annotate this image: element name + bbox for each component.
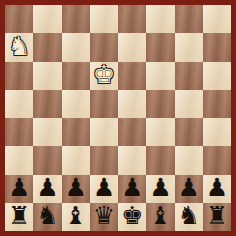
- square-a4[interactable]: [5, 118, 33, 146]
- square-f2[interactable]: ♟: [146, 175, 174, 203]
- piece-black-knight-b1[interactable]: ♞: [36, 203, 58, 228]
- square-f3[interactable]: [146, 146, 174, 174]
- square-d8[interactable]: [90, 5, 118, 33]
- square-f1[interactable]: ♝: [146, 203, 174, 231]
- square-a1[interactable]: ♜: [5, 203, 33, 231]
- square-h6[interactable]: [203, 62, 231, 90]
- square-e4[interactable]: [118, 118, 146, 146]
- square-f8[interactable]: [146, 5, 174, 33]
- piece-black-rook-a1[interactable]: ♜: [8, 203, 30, 228]
- piece-black-pawn-c2[interactable]: ♟: [64, 175, 86, 200]
- piece-white-king-d6[interactable]: ♚: [93, 62, 115, 87]
- square-d3[interactable]: [90, 146, 118, 174]
- square-g8[interactable]: [175, 5, 203, 33]
- piece-black-pawn-b2[interactable]: ♟: [36, 175, 58, 200]
- piece-black-pawn-a2[interactable]: ♟: [8, 175, 30, 200]
- piece-black-pawn-g2[interactable]: ♟: [177, 175, 199, 200]
- square-f5[interactable]: [146, 90, 174, 118]
- square-e1[interactable]: ♚: [118, 203, 146, 231]
- square-d5[interactable]: [90, 90, 118, 118]
- square-a3[interactable]: [5, 146, 33, 174]
- piece-black-pawn-e2[interactable]: ♟: [121, 175, 143, 200]
- square-c6[interactable]: [62, 62, 90, 90]
- square-h3[interactable]: [203, 146, 231, 174]
- square-h4[interactable]: [203, 118, 231, 146]
- square-d7[interactable]: [90, 33, 118, 61]
- piece-black-pawn-d2[interactable]: ♟: [93, 175, 115, 200]
- square-g6[interactable]: [175, 62, 203, 90]
- square-c8[interactable]: [62, 5, 90, 33]
- square-c1[interactable]: ♝: [62, 203, 90, 231]
- square-g7[interactable]: [175, 33, 203, 61]
- square-b5[interactable]: [33, 90, 61, 118]
- square-d1[interactable]: ♛: [90, 203, 118, 231]
- square-h5[interactable]: [203, 90, 231, 118]
- chess-board-frame: ♞♚♟♟♟♟♟♟♟♟♜♞♝♛♚♝♞♜: [0, 0, 236, 236]
- square-b7[interactable]: [33, 33, 61, 61]
- square-e6[interactable]: [118, 62, 146, 90]
- square-a2[interactable]: ♟: [5, 175, 33, 203]
- piece-black-rook-h1[interactable]: ♜: [206, 203, 228, 228]
- piece-black-pawn-f2[interactable]: ♟: [149, 175, 171, 200]
- square-f4[interactable]: [146, 118, 174, 146]
- square-f6[interactable]: [146, 62, 174, 90]
- square-h2[interactable]: ♟: [203, 175, 231, 203]
- square-a6[interactable]: [5, 62, 33, 90]
- chess-board: ♞♚♟♟♟♟♟♟♟♟♜♞♝♛♚♝♞♜: [5, 5, 231, 231]
- square-a7[interactable]: ♞: [5, 33, 33, 61]
- piece-white-knight-a7[interactable]: ♞: [8, 34, 30, 59]
- square-c5[interactable]: [62, 90, 90, 118]
- piece-black-knight-g1[interactable]: ♞: [177, 203, 199, 228]
- square-e3[interactable]: [118, 146, 146, 174]
- square-e5[interactable]: [118, 90, 146, 118]
- square-c3[interactable]: [62, 146, 90, 174]
- square-e8[interactable]: [118, 5, 146, 33]
- square-b6[interactable]: [33, 62, 61, 90]
- square-h8[interactable]: [203, 5, 231, 33]
- square-d6[interactable]: ♚: [90, 62, 118, 90]
- square-e2[interactable]: ♟: [118, 175, 146, 203]
- square-h7[interactable]: [203, 33, 231, 61]
- square-a5[interactable]: [5, 90, 33, 118]
- square-b1[interactable]: ♞: [33, 203, 61, 231]
- square-b3[interactable]: [33, 146, 61, 174]
- square-g2[interactable]: ♟: [175, 175, 203, 203]
- square-c2[interactable]: ♟: [62, 175, 90, 203]
- square-b2[interactable]: ♟: [33, 175, 61, 203]
- square-a8[interactable]: [5, 5, 33, 33]
- square-g3[interactable]: [175, 146, 203, 174]
- square-g1[interactable]: ♞: [175, 203, 203, 231]
- piece-black-bishop-c1[interactable]: ♝: [64, 203, 86, 228]
- piece-black-queen-d1[interactable]: ♛: [93, 203, 115, 228]
- square-g5[interactable]: [175, 90, 203, 118]
- square-c7[interactable]: [62, 33, 90, 61]
- square-f7[interactable]: [146, 33, 174, 61]
- piece-black-pawn-h2[interactable]: ♟: [206, 175, 228, 200]
- square-h1[interactable]: ♜: [203, 203, 231, 231]
- square-d4[interactable]: [90, 118, 118, 146]
- square-b4[interactable]: [33, 118, 61, 146]
- square-e7[interactable]: [118, 33, 146, 61]
- piece-black-bishop-f1[interactable]: ♝: [149, 203, 171, 228]
- square-c4[interactable]: [62, 118, 90, 146]
- square-d2[interactable]: ♟: [90, 175, 118, 203]
- piece-black-king-e1[interactable]: ♚: [121, 203, 143, 228]
- square-b8[interactable]: [33, 5, 61, 33]
- square-g4[interactable]: [175, 118, 203, 146]
